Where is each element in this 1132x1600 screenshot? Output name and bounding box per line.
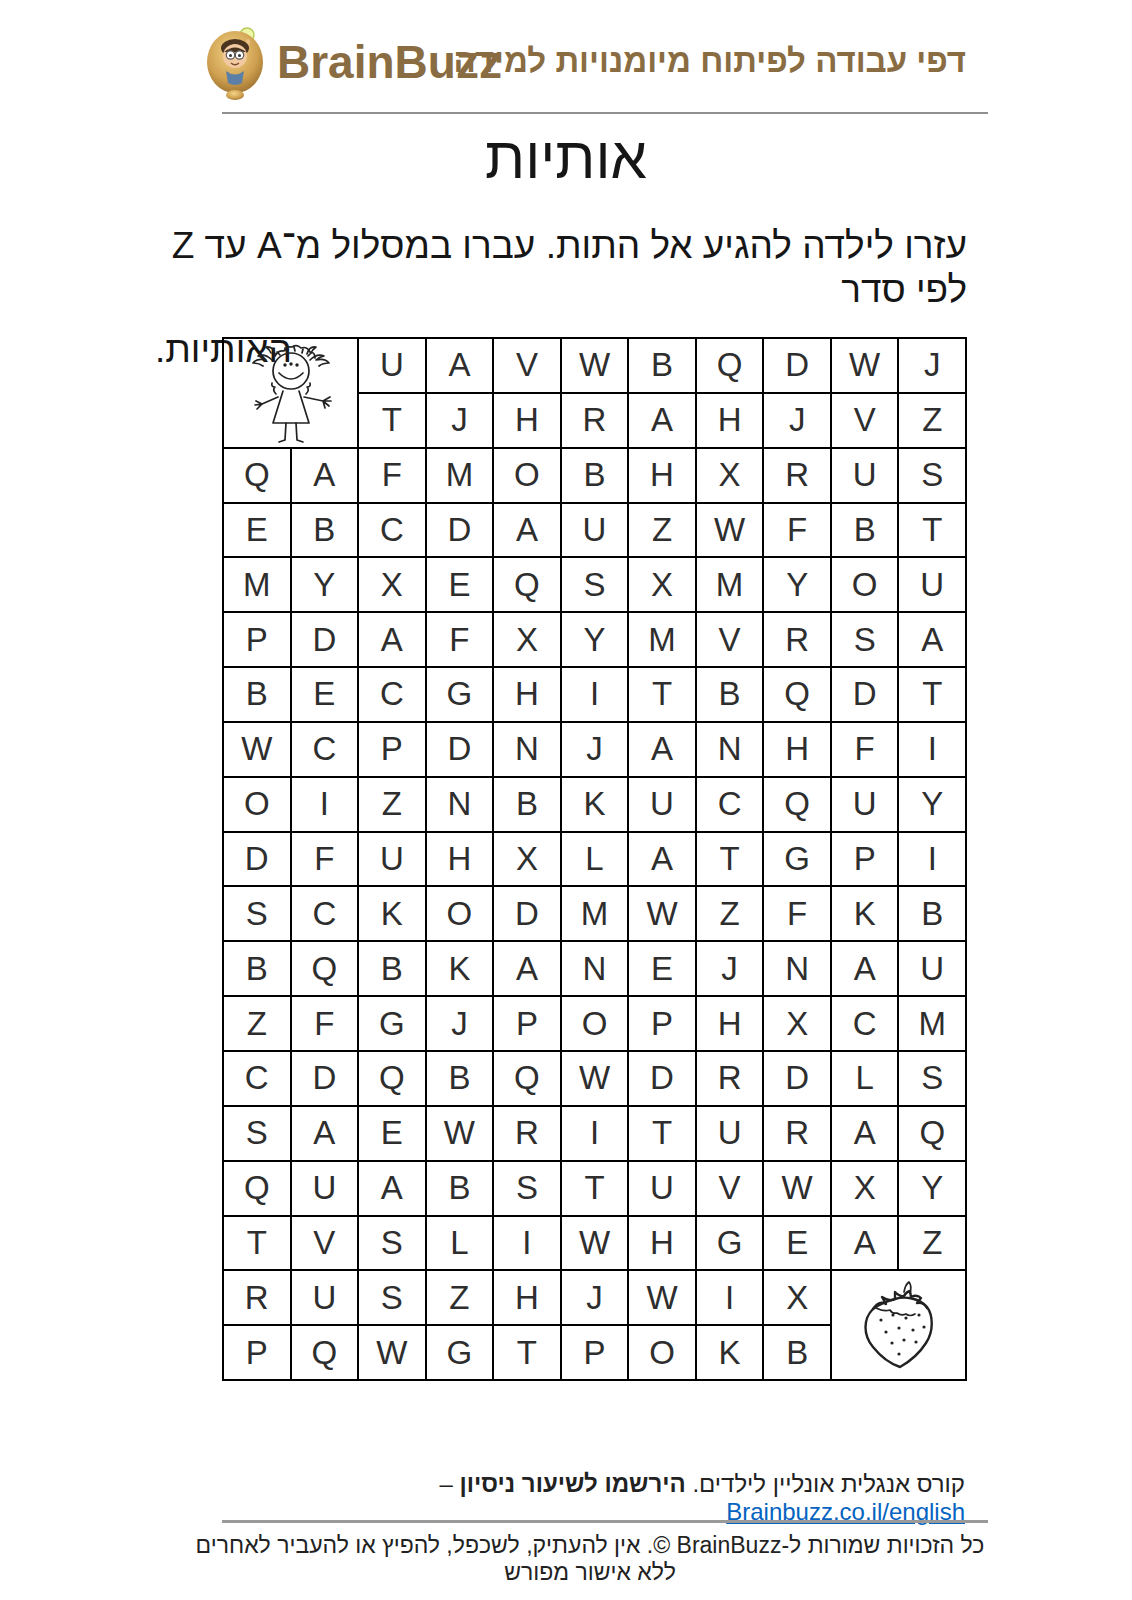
grid-cell-r1c8: Q [697, 339, 765, 394]
grid-cell-r1c4: A [427, 339, 495, 394]
grid-cell-r6c7: M [629, 613, 697, 668]
grid-cell-r3c6: B [562, 449, 630, 504]
grid-cell-r10c9: G [764, 833, 832, 888]
grid-cell-r17c7: H [629, 1217, 697, 1272]
grid-cell-r13c1: Z [224, 997, 292, 1052]
grid-cell-r8c6: J [562, 723, 630, 778]
grid-cell-r13c8: H [697, 997, 765, 1052]
grid-cell-r12c4: K [427, 942, 495, 997]
grid-cell-r10c1: D [224, 833, 292, 888]
girl-start-image [224, 339, 359, 449]
grid-cell-r11c9: F [764, 887, 832, 942]
grid-cell-r11c4: O [427, 887, 495, 942]
grid-cell-r9c2: I [292, 778, 360, 833]
grid-cell-r4c3: C [359, 504, 427, 559]
worksheet-page: { "game": "letter-maze worksheet (word-s… [0, 0, 1132, 1600]
grid-cell-r11c3: K [359, 887, 427, 942]
grid-cell-r9c6: K [562, 778, 630, 833]
grid-cell-r12c3: B [359, 942, 427, 997]
grid-cell-r3c5: O [494, 449, 562, 504]
grid-cell-r19c8: K [697, 1326, 765, 1381]
grid-cell-r9c11: Y [899, 778, 967, 833]
grid-cell-r13c3: G [359, 997, 427, 1052]
grid-cell-r12c9: N [764, 942, 832, 997]
girl-icon [231, 342, 351, 444]
grid-cell-r5c3: X [359, 558, 427, 613]
grid-cell-r16c9: W [764, 1162, 832, 1217]
grid-cell-r17c5: I [494, 1217, 562, 1272]
grid-cell-r7c2: E [292, 668, 360, 723]
grid-cell-r3c3: F [359, 449, 427, 504]
grid-cell-r17c2: V [292, 1217, 360, 1272]
grid-cell-r3c4: M [427, 449, 495, 504]
grid-cell-r12c5: A [494, 942, 562, 997]
strawberry-goal-image [832, 1271, 967, 1381]
grid-cell-r10c4: H [427, 833, 495, 888]
grid-cell-r19c5: T [494, 1326, 562, 1381]
grid-cell-r7c10: D [832, 668, 900, 723]
grid-cell-r17c3: S [359, 1217, 427, 1272]
grid-cell-r14c5: Q [494, 1052, 562, 1107]
grid-cell-r2c4: J [427, 394, 495, 449]
grid-cell-r4c5: A [494, 504, 562, 559]
grid-cell-r16c11: Y [899, 1162, 967, 1217]
grid-cell-r12c1: B [224, 942, 292, 997]
grid-cell-r3c7: H [629, 449, 697, 504]
grid-cell-r8c10: F [832, 723, 900, 778]
grid-cell-r14c2: D [292, 1052, 360, 1107]
course-dash: – [440, 1470, 460, 1497]
grid-cell-r6c4: F [427, 613, 495, 668]
grid-cell-r14c3: Q [359, 1052, 427, 1107]
grid-cell-r1c6: W [562, 339, 630, 394]
grid-cell-r18c5: H [494, 1271, 562, 1326]
grid-cell-r9c4: N [427, 778, 495, 833]
grid-cell-r7c7: T [629, 668, 697, 723]
grid-cell-r15c7: T [629, 1107, 697, 1162]
grid-cell-r5c1: M [224, 558, 292, 613]
grid-cell-r10c6: L [562, 833, 630, 888]
header-tagline: דפי עבודה לפיתוח מיומנויות למידה [454, 42, 966, 80]
grid-cell-r7c4: G [427, 668, 495, 723]
grid-cell-r18c8: I [697, 1271, 765, 1326]
grid-cell-r17c9: E [764, 1217, 832, 1272]
grid-cell-r19c2: Q [292, 1326, 360, 1381]
grid-cell-r1c10: W [832, 339, 900, 394]
grid-cell-r2c5: H [494, 394, 562, 449]
grid-cell-r3c10: U [832, 449, 900, 504]
grid-cell-r1c11: J [899, 339, 967, 394]
grid-cell-r7c1: B [224, 668, 292, 723]
grid-cell-r17c6: W [562, 1217, 630, 1272]
grid-cell-r9c10: U [832, 778, 900, 833]
grid-cell-r2c7: A [629, 394, 697, 449]
grid-cell-r1c7: B [629, 339, 697, 394]
grid-cell-r19c4: G [427, 1326, 495, 1381]
grid-cell-r14c1: C [224, 1052, 292, 1107]
grid-cell-r14c4: B [427, 1052, 495, 1107]
grid-cell-r9c7: U [629, 778, 697, 833]
course-text: קורס אנגלית אונליין לילדים. [686, 1470, 965, 1497]
grid-cell-r4c10: B [832, 504, 900, 559]
grid-cell-r6c3: A [359, 613, 427, 668]
grid-cell-r12c10: A [832, 942, 900, 997]
grid-cell-r6c1: P [224, 613, 292, 668]
grid-cell-r13c2: F [292, 997, 360, 1052]
grid-cell-r16c1: Q [224, 1162, 292, 1217]
grid-cell-r19c3: W [359, 1326, 427, 1381]
grid-cell-r17c1: T [224, 1217, 292, 1272]
grid-cell-r16c2: U [292, 1162, 360, 1217]
grid-cell-r4c6: U [562, 504, 630, 559]
grid-cell-r6c8: V [697, 613, 765, 668]
grid-cell-r11c11: B [899, 887, 967, 942]
grid-cell-r13c9: X [764, 997, 832, 1052]
grid-cell-r18c6: J [562, 1271, 630, 1326]
grid-cell-r2c6: R [562, 394, 630, 449]
grid-cell-r16c8: V [697, 1162, 765, 1217]
grid-cell-r4c8: W [697, 504, 765, 559]
grid-cell-r3c9: R [764, 449, 832, 504]
grid-cell-r16c5: S [494, 1162, 562, 1217]
logo-mascot-icon [205, 24, 267, 100]
footer-course-line: קורס אנגלית אונליין לילדים. הירשמו לשיעו… [222, 1470, 988, 1526]
grid-cell-r15c10: A [832, 1107, 900, 1162]
grid-cell-r14c6: W [562, 1052, 630, 1107]
grid-cell-r15c11: Q [899, 1107, 967, 1162]
grid-cell-r13c7: P [629, 997, 697, 1052]
grid-cell-r6c2: D [292, 613, 360, 668]
grid-cell-r10c7: A [629, 833, 697, 888]
grid-cell-r8c8: N [697, 723, 765, 778]
grid-cell-r15c9: R [764, 1107, 832, 1162]
grid-cell-r9c1: O [224, 778, 292, 833]
grid-cell-r11c6: M [562, 887, 630, 942]
grid-cell-r4c1: E [224, 504, 292, 559]
grid-cell-r18c2: U [292, 1271, 360, 1326]
grid-cell-r16c6: T [562, 1162, 630, 1217]
grid-cell-r14c11: S [899, 1052, 967, 1107]
grid-cell-r13c6: O [562, 997, 630, 1052]
grid-cell-r3c8: X [697, 449, 765, 504]
grid-cell-r17c10: A [832, 1217, 900, 1272]
grid-cell-r8c1: W [224, 723, 292, 778]
grid-cell-r10c11: I [899, 833, 967, 888]
letter-grid: UAVWBQDWJTJHRAHJVZQAFMOBHXRUSEBCDAUZWFBT… [222, 337, 967, 1381]
grid-cell-r11c7: W [629, 887, 697, 942]
grid-cell-r19c7: O [629, 1326, 697, 1381]
grid-cell-r18c9: X [764, 1271, 832, 1326]
grid-cell-r4c9: F [764, 504, 832, 559]
grid-cell-r6c11: A [899, 613, 967, 668]
grid-cell-r8c11: I [899, 723, 967, 778]
grid-cell-r2c10: V [832, 394, 900, 449]
grid-cell-r12c2: Q [292, 942, 360, 997]
grid-cell-r9c8: C [697, 778, 765, 833]
grid-cell-r5c8: M [697, 558, 765, 613]
grid-cell-r10c10: P [832, 833, 900, 888]
grid-cell-r18c1: R [224, 1271, 292, 1326]
grid-cell-r5c5: Q [494, 558, 562, 613]
strawberry-icon [843, 1275, 953, 1375]
grid-cell-r10c5: X [494, 833, 562, 888]
grid-cell-r13c5: P [494, 997, 562, 1052]
grid-cell-r5c2: Y [292, 558, 360, 613]
grid-cell-r11c8: Z [697, 887, 765, 942]
grid-cell-r13c11: M [899, 997, 967, 1052]
grid-cell-r6c5: X [494, 613, 562, 668]
grid-cell-r16c3: A [359, 1162, 427, 1217]
grid-cell-r4c4: D [427, 504, 495, 559]
grid-cell-r19c9: B [764, 1326, 832, 1381]
grid-cell-r7c8: B [697, 668, 765, 723]
grid-cell-r4c2: B [292, 504, 360, 559]
grid-cell-r5c9: Y [764, 558, 832, 613]
grid-cell-r16c10: X [832, 1162, 900, 1217]
grid-cell-r8c5: N [494, 723, 562, 778]
grid-cell-r15c1: S [224, 1107, 292, 1162]
grid-cell-r11c1: S [224, 887, 292, 942]
grid-cell-r8c7: A [629, 723, 697, 778]
grid-cell-r18c4: Z [427, 1271, 495, 1326]
instructions-line1: עזרו לילדה להגיע אל התות. עברו במסלול מ־… [155, 224, 967, 311]
grid-cell-r15c2: A [292, 1107, 360, 1162]
grid-cell-r6c9: R [764, 613, 832, 668]
grid-cell-r18c7: W [629, 1271, 697, 1326]
grid-cell-r13c4: J [427, 997, 495, 1052]
grid-cell-r3c11: S [899, 449, 967, 504]
grid-cell-r16c4: B [427, 1162, 495, 1217]
grid-cell-r15c3: E [359, 1107, 427, 1162]
grid-cell-r8c9: H [764, 723, 832, 778]
grid-cell-r11c5: D [494, 887, 562, 942]
grid-cell-r5c7: X [629, 558, 697, 613]
grid-cell-r17c4: L [427, 1217, 495, 1272]
grid-cell-r2c11: Z [899, 394, 967, 449]
copyright-text: כל הזכויות שמורות ל-BrainBuzz ©. אין להע… [190, 1532, 990, 1586]
grid-cell-r7c5: H [494, 668, 562, 723]
grid-cell-r9c9: Q [764, 778, 832, 833]
grid-cell-r8c2: C [292, 723, 360, 778]
header-divider [222, 112, 988, 114]
grid-cell-r9c3: Z [359, 778, 427, 833]
grid-cell-r15c5: R [494, 1107, 562, 1162]
grid-cell-r16c7: U [629, 1162, 697, 1217]
grid-cell-r4c11: T [899, 504, 967, 559]
course-text-bold: הירשמו לשיעור ניסיון [460, 1470, 686, 1497]
grid-cell-r18c3: S [359, 1271, 427, 1326]
grid-cell-r14c10: L [832, 1052, 900, 1107]
grid-cell-r1c3: U [359, 339, 427, 394]
grid-cell-r5c4: E [427, 558, 495, 613]
grid-cell-r19c1: P [224, 1326, 292, 1381]
grid-cell-r9c5: B [494, 778, 562, 833]
grid-cell-r3c2: A [292, 449, 360, 504]
header: BrainBuzz דפי עבודה לפיתוח מיומנויות למי… [205, 24, 989, 108]
grid-cell-r15c4: W [427, 1107, 495, 1162]
grid-cell-r11c10: K [832, 887, 900, 942]
grid-cell-r7c6: I [562, 668, 630, 723]
grid-cell-r19c6: P [562, 1326, 630, 1381]
grid-cell-r5c6: S [562, 558, 630, 613]
grid-cell-r10c8: T [697, 833, 765, 888]
grid-cell-r12c8: J [697, 942, 765, 997]
grid-cell-r13c10: C [832, 997, 900, 1052]
grid-cell-r14c7: D [629, 1052, 697, 1107]
grid-cell-r12c7: E [629, 942, 697, 997]
grid-cell-r6c10: S [832, 613, 900, 668]
grid-cell-r10c3: U [359, 833, 427, 888]
grid-cell-r2c8: H [697, 394, 765, 449]
footer-divider [222, 1520, 988, 1523]
grid-cell-r7c11: T [899, 668, 967, 723]
grid-cell-r4c7: Z [629, 504, 697, 559]
grid-cell-r5c10: O [832, 558, 900, 613]
grid-cell-r2c3: T [359, 394, 427, 449]
grid-cell-r1c5: V [494, 339, 562, 394]
grid-cell-r1c9: D [764, 339, 832, 394]
grid-cell-r3c1: Q [224, 449, 292, 504]
grid-cell-r12c6: N [562, 942, 630, 997]
grid-cell-r6c6: Y [562, 613, 630, 668]
grid-cell-r8c4: D [427, 723, 495, 778]
grid-cell-r14c9: D [764, 1052, 832, 1107]
grid-cell-r8c3: P [359, 723, 427, 778]
grid-cell-r15c6: I [562, 1107, 630, 1162]
grid-cell-r2c9: J [764, 394, 832, 449]
grid-cell-r5c11: U [899, 558, 967, 613]
grid-cell-r15c8: U [697, 1107, 765, 1162]
page-title: אותיות [0, 124, 1132, 191]
grid-cell-r7c3: C [359, 668, 427, 723]
grid-cell-r10c2: F [292, 833, 360, 888]
grid-cell-r7c9: Q [764, 668, 832, 723]
grid-cell-r17c8: G [697, 1217, 765, 1272]
grid-cell-r14c8: R [697, 1052, 765, 1107]
grid-cell-r12c11: U [899, 942, 967, 997]
grid-cell-r11c2: C [292, 887, 360, 942]
grid-cell-r17c11: Z [899, 1217, 967, 1272]
